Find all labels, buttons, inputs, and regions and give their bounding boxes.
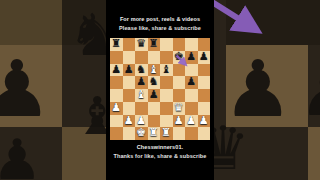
square-g1: [185, 127, 198, 140]
black-bishop-e6: ♝: [161, 64, 171, 77]
square-a2: [110, 115, 123, 128]
center-column: For more post, reels & videos Please lik…: [106, 0, 214, 180]
square-b7: [123, 51, 136, 64]
channel-name: Chesswinners01.: [106, 143, 214, 152]
chess-board: ♜♛♜♚♟♟♟♟♞♝♝♟♞♟♝♟♟♛♟♟♟♟♟♚♜♜: [110, 38, 210, 140]
square-f1: [173, 127, 186, 140]
black-pawn-g7: ♟: [186, 51, 196, 64]
square-e7: [160, 51, 173, 64]
video-frame: ♟ ♞ ♟ ♝ ♟ ♛ ♟ For more post, reels & vid…: [0, 0, 320, 180]
square-h3: [198, 102, 211, 115]
square-b8: [123, 38, 136, 51]
square-a4: [110, 89, 123, 102]
square-e4: [160, 89, 173, 102]
square-g8: [185, 38, 198, 51]
top-caption-line1: For more post, reels & videos: [106, 15, 214, 24]
white-rook-e1: ♜: [161, 127, 171, 140]
black-pawn-h7: ♟: [199, 51, 209, 64]
square-h8: [198, 38, 211, 51]
square-h2: ♟: [198, 115, 211, 128]
bg-square: [0, 0, 62, 45]
white-rook-d1: ♜: [149, 127, 159, 140]
square-c8: ♛: [135, 38, 148, 51]
square-c1: ♚: [135, 127, 148, 140]
square-b5: [123, 76, 136, 89]
square-f6: [173, 64, 186, 77]
bg-pawn-icon: ♟: [298, 52, 320, 126]
square-e5: [160, 76, 173, 89]
bg-pawn-icon: ♟: [0, 132, 42, 180]
black-king-f7: ♚: [174, 51, 184, 64]
square-a7: [110, 51, 123, 64]
square-e6: ♝: [160, 64, 173, 77]
white-bishop-c4: ♝: [136, 89, 146, 102]
square-f4: [173, 89, 186, 102]
square-a5: [110, 76, 123, 89]
black-rook-d8: ♜: [149, 38, 159, 51]
square-h7: ♟: [198, 51, 211, 64]
square-g5: ♟: [185, 76, 198, 89]
square-f7: ♚: [173, 51, 186, 64]
white-pawn-a3: ♟: [111, 102, 121, 115]
square-b4: [123, 89, 136, 102]
square-g3: [185, 102, 198, 115]
square-h4: [198, 89, 211, 102]
square-g2: ♟: [185, 115, 198, 128]
square-g7: ♟: [185, 51, 198, 64]
square-e1: ♜: [160, 127, 173, 140]
bg-pawn-icon: ♟: [0, 50, 52, 128]
square-e3: [160, 102, 173, 115]
white-king-c1: ♚: [136, 127, 146, 140]
square-b2: ♟: [123, 115, 136, 128]
bg-square: [308, 127, 320, 180]
square-d8: ♜: [148, 38, 161, 51]
square-d3: [148, 102, 161, 115]
square-f8: [173, 38, 186, 51]
square-d7: [148, 51, 161, 64]
top-caption-line2: Please like, share & subscribe: [106, 24, 214, 33]
square-f3: ♛: [173, 102, 186, 115]
square-c3: [135, 102, 148, 115]
black-pawn-b6: ♟: [124, 64, 134, 77]
black-pawn-g5: ♟: [186, 76, 196, 89]
white-pawn-f2: ♟: [174, 115, 184, 128]
black-queen-c8: ♛: [136, 38, 146, 51]
square-c4: ♝: [135, 89, 148, 102]
square-h6: [198, 64, 211, 77]
white-pawn-b2: ♟: [124, 115, 134, 128]
black-pawn-d4: ♟: [149, 89, 159, 102]
square-f2: ♟: [173, 115, 186, 128]
square-a6: ♟: [110, 64, 123, 77]
square-d1: ♜: [148, 127, 161, 140]
square-h5: [198, 76, 211, 89]
bg-square: [226, 0, 320, 45]
white-queen-f3: ♛: [174, 102, 184, 115]
square-b1: [123, 127, 136, 140]
square-c7: [135, 51, 148, 64]
square-g4: [185, 89, 198, 102]
bottom-caption-line2: Thanks for like, share & subscribe: [106, 152, 214, 161]
bottom-caption: Chesswinners01. Thanks for like, share &…: [106, 143, 214, 160]
square-d4: ♟: [148, 89, 161, 102]
square-a8: ♜: [110, 38, 123, 51]
square-b3: [123, 102, 136, 115]
square-a1: [110, 127, 123, 140]
white-pawn-h2: ♟: [199, 115, 209, 128]
white-pawn-g2: ♟: [186, 115, 196, 128]
black-rook-a8: ♜: [111, 38, 121, 51]
square-b6: ♟: [123, 64, 136, 77]
square-f5: [173, 76, 186, 89]
top-caption: For more post, reels & videos Please lik…: [106, 0, 214, 32]
square-a3: ♟: [110, 102, 123, 115]
black-pawn-a6: ♟: [111, 64, 121, 77]
square-h1: [198, 127, 211, 140]
square-e8: [160, 38, 173, 51]
